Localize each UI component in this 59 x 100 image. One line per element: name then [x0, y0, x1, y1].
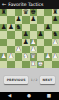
black-p-piece: ♟ [22, 39, 29, 46]
square-a1[interactable] [0, 61, 7, 68]
square-a5[interactable] [0, 31, 7, 38]
white-p-piece: ♟ [52, 53, 59, 60]
square-f1[interactable]: ♚ [37, 61, 44, 68]
square-c3[interactable]: ♟ [15, 46, 22, 53]
square-b5[interactable] [7, 31, 14, 38]
square-h4[interactable]: ♟ [52, 39, 59, 46]
white-p-piece: ♟ [0, 53, 7, 60]
black-q-piece: ♛ [22, 9, 29, 16]
square-c1[interactable] [15, 61, 22, 68]
nav-recent-icon[interactable]: ■ [47, 92, 51, 100]
white-r-piece: ♜ [30, 61, 37, 68]
white-n-piece: ♞ [22, 53, 29, 60]
tactic-counter: 1 / 2 [31, 78, 38, 82]
square-h7[interactable]: ♟ [52, 16, 59, 23]
square-a6[interactable]: ♟ [0, 24, 7, 31]
square-c6[interactable]: ♞ [15, 24, 22, 31]
next-button[interactable]: NEXT [40, 76, 55, 84]
square-d8[interactable]: ♛ [22, 9, 29, 16]
square-a8[interactable]: ♜ [0, 9, 7, 16]
square-b1[interactable] [7, 61, 14, 68]
square-e6[interactable] [30, 24, 37, 31]
black-r-piece: ♜ [0, 9, 7, 16]
square-h1[interactable] [52, 61, 59, 68]
square-d7[interactable] [22, 16, 29, 23]
square-f8[interactable] [37, 9, 44, 16]
chess-board[interactable]: ♜♛♚♜♟♟♟♟♟♞♟♟♟♞♟♟♟♟♟♟♟♞♛♟♟♜♚ [0, 9, 59, 68]
square-c5[interactable] [15, 31, 22, 38]
square-g4[interactable] [44, 39, 51, 46]
white-p-piece: ♟ [15, 46, 22, 53]
black-p-piece: ♟ [0, 24, 7, 31]
black-p-piece: ♟ [7, 24, 14, 31]
previous-button[interactable]: PREVIOUS [4, 76, 28, 84]
android-nav-bar: ◀ ● ■ [0, 92, 59, 100]
square-f7[interactable] [37, 16, 44, 23]
black-n-piece: ♞ [15, 24, 22, 31]
square-a4[interactable] [0, 39, 7, 46]
tactic-controls: PREVIOUS 1 / 2 NEXT [0, 68, 59, 92]
square-h2[interactable]: ♟ [52, 53, 59, 60]
nav-back-icon[interactable]: ◀ [8, 92, 12, 100]
nav-home-icon[interactable]: ● [27, 92, 31, 100]
square-f4[interactable] [37, 39, 44, 46]
square-d1[interactable] [22, 61, 29, 68]
white-p-piece: ♟ [7, 53, 14, 60]
square-b6[interactable]: ♟ [7, 24, 14, 31]
square-b2[interactable]: ♟ [7, 53, 14, 60]
square-a2[interactable]: ♟ [0, 53, 7, 60]
black-p-piece: ♟ [37, 31, 44, 38]
black-p-piece: ♟ [44, 24, 51, 31]
square-g1[interactable] [44, 61, 51, 68]
square-e1[interactable]: ♜ [30, 61, 37, 68]
white-p-piece: ♟ [44, 53, 51, 60]
square-e7[interactable]: ♟ [30, 16, 37, 23]
square-f3[interactable] [37, 46, 44, 53]
square-c2[interactable] [15, 53, 22, 60]
square-d4[interactable]: ♟ [22, 39, 29, 46]
black-p-piece: ♟ [30, 16, 37, 23]
square-b4[interactable] [7, 39, 14, 46]
square-g5[interactable] [44, 31, 51, 38]
square-f5[interactable]: ♟ [37, 31, 44, 38]
white-k-piece: ♚ [37, 61, 44, 68]
white-p-piece: ♟ [52, 39, 59, 46]
square-g6[interactable]: ♟ [44, 24, 51, 31]
black-p-piece: ♟ [52, 16, 59, 23]
square-b8[interactable] [7, 9, 14, 16]
square-g2[interactable]: ♟ [44, 53, 51, 60]
square-d2[interactable]: ♞ [22, 53, 29, 60]
square-g8[interactable] [44, 9, 51, 16]
